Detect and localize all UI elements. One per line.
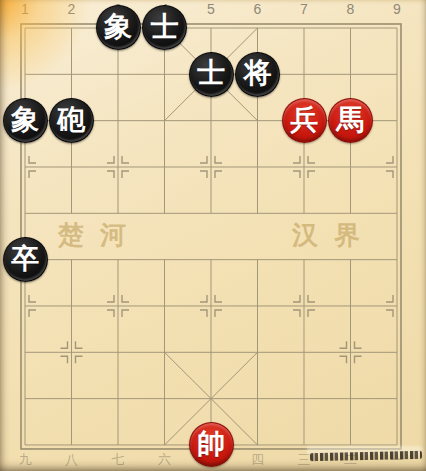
piece-glyph: 馬 xyxy=(337,101,365,139)
piece-glyph: 象 xyxy=(104,8,132,46)
piece-glyph: 卒 xyxy=(11,240,39,278)
piece-glyph: 士 xyxy=(151,8,179,46)
black-general[interactable]: 将 xyxy=(235,52,280,97)
xiangqi-board: 123456789 九八七六五四三二一 楚河 汉界 象士士将象砲兵馬卒帥 xyxy=(0,0,426,471)
black-elephant-2[interactable]: 象 xyxy=(3,98,48,143)
pieces-layer: 象士士将象砲兵馬卒帥 xyxy=(2,5,421,468)
black-advisor-1[interactable]: 士 xyxy=(142,5,187,50)
piece-glyph: 帥 xyxy=(197,425,225,463)
black-soldier[interactable]: 卒 xyxy=(3,237,48,282)
piece-glyph: 士 xyxy=(197,54,225,92)
black-elephant-1[interactable]: 象 xyxy=(96,5,141,50)
black-cannon[interactable]: 砲 xyxy=(49,98,94,143)
piece-glyph: 砲 xyxy=(58,101,86,139)
red-horse[interactable]: 馬 xyxy=(328,98,373,143)
red-soldier[interactable]: 兵 xyxy=(282,98,327,143)
piece-glyph: 兵 xyxy=(290,101,318,139)
black-advisor-2[interactable]: 士 xyxy=(189,52,234,97)
red-general[interactable]: 帥 xyxy=(189,422,234,467)
piece-glyph: 将 xyxy=(244,54,272,92)
piece-glyph: 象 xyxy=(11,101,39,139)
